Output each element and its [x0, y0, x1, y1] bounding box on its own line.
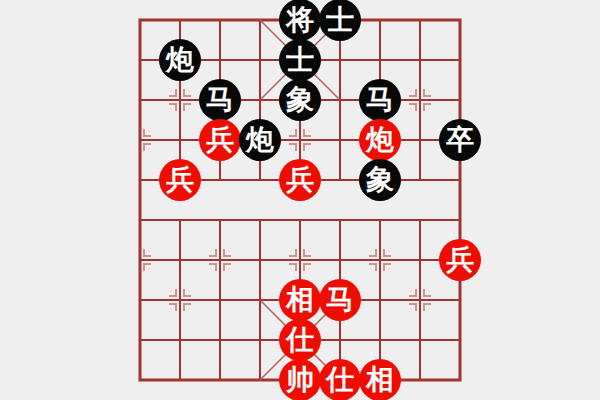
- piece-black-general[interactable]: 将: [279, 0, 321, 41]
- piece-red-soldier[interactable]: 兵: [199, 119, 241, 161]
- piece-red-cannon[interactable]: 炮: [359, 119, 401, 161]
- piece-black-soldier[interactable]: 卒: [439, 119, 481, 161]
- xiangqi-app: 将士炮士马象马兵炮炮卒兵兵象兵相马仕帅仕相: [0, 0, 600, 400]
- piece-red-soldier[interactable]: 兵: [159, 159, 201, 201]
- piece-red-advisor[interactable]: 仕: [279, 319, 321, 361]
- piece-black-cannon[interactable]: 炮: [239, 119, 281, 161]
- piece-red-horse[interactable]: 马: [319, 279, 361, 321]
- piece-red-advisor[interactable]: 仕: [319, 359, 361, 400]
- piece-red-soldier[interactable]: 兵: [439, 239, 481, 281]
- piece-black-cannon[interactable]: 炮: [159, 39, 201, 81]
- piece-black-advisor[interactable]: 士: [279, 39, 321, 81]
- piece-black-horse[interactable]: 马: [199, 79, 241, 121]
- piece-red-soldier[interactable]: 兵: [279, 159, 321, 201]
- piece-black-elephant[interactable]: 象: [359, 159, 401, 201]
- piece-black-advisor[interactable]: 士: [319, 0, 361, 41]
- piece-red-general[interactable]: 帅: [279, 359, 321, 400]
- xiangqi-board: 将士炮士马象马兵炮炮卒兵兵象兵相马仕帅仕相: [120, 0, 480, 400]
- piece-red-elephant[interactable]: 相: [359, 359, 401, 400]
- piece-black-horse[interactable]: 马: [359, 79, 401, 121]
- piece-red-elephant[interactable]: 相: [279, 279, 321, 321]
- piece-black-elephant[interactable]: 象: [279, 79, 321, 121]
